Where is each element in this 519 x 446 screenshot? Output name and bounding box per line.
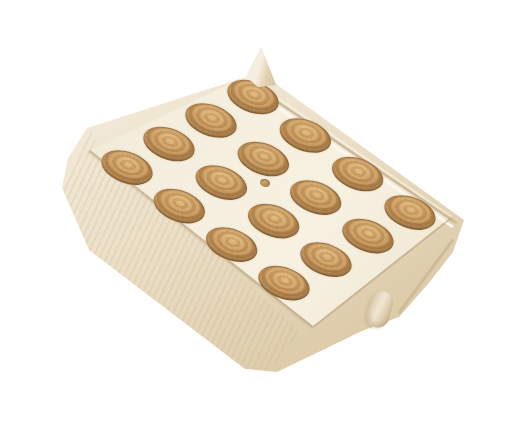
product-photo <box>0 0 519 446</box>
